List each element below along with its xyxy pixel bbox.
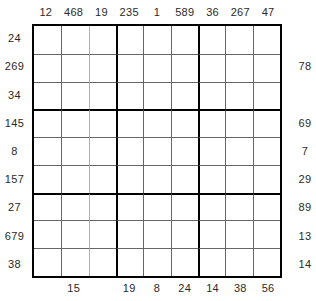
clue-bottom-c6: 24 — [171, 278, 199, 297]
cell-r9c5[interactable] — [143, 248, 170, 276]
cell-r2c2[interactable] — [61, 54, 88, 82]
clue-right-r6: 29 — [294, 165, 316, 193]
cell-r9c3[interactable] — [89, 248, 116, 276]
clue-top-c7: 36 — [199, 0, 227, 24]
cell-r8c3[interactable] — [89, 220, 116, 248]
clue-top-c2: 468 — [60, 0, 88, 24]
cell-r7c7[interactable] — [198, 193, 225, 221]
clue-top-c1: 12 — [32, 0, 60, 24]
cell-r6c7[interactable] — [198, 165, 225, 193]
cell-r5c6[interactable] — [171, 137, 198, 165]
cell-r4c5[interactable] — [143, 109, 170, 137]
clue-right-r7: 89 — [294, 193, 316, 221]
clue-bottom-c7: 14 — [199, 278, 227, 297]
cell-r2c5[interactable] — [143, 54, 170, 82]
cell-r3c6[interactable] — [171, 82, 198, 110]
cell-r6c9[interactable] — [253, 165, 280, 193]
cell-r5c2[interactable] — [61, 137, 88, 165]
cell-r9c6[interactable] — [171, 248, 198, 276]
cell-r7c6[interactable] — [171, 193, 198, 221]
cell-r2c7[interactable] — [198, 54, 225, 82]
cell-r5c1[interactable] — [34, 137, 61, 165]
cell-r4c3[interactable] — [89, 109, 116, 137]
clue-bottom-c9: 56 — [254, 278, 282, 297]
cell-r5c4[interactable] — [116, 137, 143, 165]
cell-r8c4[interactable] — [116, 220, 143, 248]
cell-r3c8[interactable] — [225, 82, 252, 110]
clue-left-r6: 157 — [0, 165, 29, 193]
cell-r1c3[interactable] — [89, 26, 116, 54]
cell-r5c3[interactable] — [89, 137, 116, 165]
cell-r5c7[interactable] — [198, 137, 225, 165]
cell-r5c5[interactable] — [143, 137, 170, 165]
clue-right-r8: 13 — [294, 222, 316, 250]
cell-r1c9[interactable] — [253, 26, 280, 54]
puzzle-screen: 12 468 19 235 1 589 36 267 47 24 269 34 … — [0, 0, 316, 301]
cell-r9c4[interactable] — [116, 248, 143, 276]
clue-right-r3 — [294, 80, 316, 108]
cell-r4c1[interactable] — [34, 109, 61, 137]
cell-r7c4[interactable] — [116, 193, 143, 221]
clue-top-c6: 589 — [171, 0, 199, 24]
clue-bottom-c4: 19 — [115, 278, 143, 297]
cell-r7c8[interactable] — [225, 193, 252, 221]
cell-r1c7[interactable] — [198, 26, 225, 54]
cell-r2c8[interactable] — [225, 54, 252, 82]
board — [32, 24, 282, 278]
right-clues: 78 69 7 29 89 13 14 — [282, 24, 316, 278]
cell-r1c8[interactable] — [225, 26, 252, 54]
cell-r8c6[interactable] — [171, 220, 198, 248]
cell-r7c5[interactable] — [143, 193, 170, 221]
cell-r4c8[interactable] — [225, 109, 252, 137]
clue-left-r3: 34 — [0, 80, 29, 108]
cell-r6c6[interactable] — [171, 165, 198, 193]
clue-bottom-c5: 8 — [143, 278, 171, 297]
clue-left-r7: 27 — [0, 193, 29, 221]
clue-right-r5: 7 — [294, 137, 316, 165]
cell-r7c1[interactable] — [34, 193, 61, 221]
cell-r4c9[interactable] — [253, 109, 280, 137]
cell-r7c2[interactable] — [61, 193, 88, 221]
clue-right-r4: 69 — [294, 109, 316, 137]
cell-r8c9[interactable] — [253, 220, 280, 248]
clue-bottom-c2: 15 — [60, 278, 88, 297]
cell-r3c2[interactable] — [61, 82, 88, 110]
clue-left-r4: 145 — [0, 109, 29, 137]
cell-r4c6[interactable] — [171, 109, 198, 137]
cell-r4c7[interactable] — [198, 109, 225, 137]
cell-r8c8[interactable] — [225, 220, 252, 248]
clue-left-r8: 679 — [0, 222, 29, 250]
cell-r2c4[interactable] — [116, 54, 143, 82]
clue-right-r1 — [294, 24, 316, 52]
clue-left-r2: 269 — [0, 52, 29, 80]
cell-r5c8[interactable] — [225, 137, 252, 165]
cell-r9c8[interactable] — [225, 248, 252, 276]
cell-r6c1[interactable] — [34, 165, 61, 193]
clue-right-r9: 14 — [294, 250, 316, 278]
cell-r3c3[interactable] — [89, 82, 116, 110]
cell-r8c1[interactable] — [34, 220, 61, 248]
bottom-clues: 15 19 8 24 14 38 56 — [32, 278, 282, 301]
cell-r3c9[interactable] — [253, 82, 280, 110]
cell-r6c8[interactable] — [225, 165, 252, 193]
cell-r6c5[interactable] — [143, 165, 170, 193]
clue-left-r9: 38 — [0, 250, 29, 278]
clue-top-c5: 1 — [143, 0, 171, 24]
clue-top-c8: 267 — [226, 0, 254, 24]
cell-r6c4[interactable] — [116, 165, 143, 193]
clue-top-c4: 235 — [115, 0, 143, 24]
cell-r9c2[interactable] — [61, 248, 88, 276]
cell-r1c2[interactable] — [61, 26, 88, 54]
cell-r8c5[interactable] — [143, 220, 170, 248]
cell-r1c5[interactable] — [143, 26, 170, 54]
cell-r9c1[interactable] — [34, 248, 61, 276]
cell-r3c5[interactable] — [143, 82, 170, 110]
clue-top-c9: 47 — [254, 0, 282, 24]
cell-r1c1[interactable] — [34, 26, 61, 54]
clue-left-r1: 24 — [0, 24, 29, 52]
clue-right-r2: 78 — [294, 52, 316, 80]
clue-bottom-c8: 38 — [226, 278, 254, 297]
cell-r3c4[interactable] — [116, 82, 143, 110]
cell-r1c4[interactable] — [116, 26, 143, 54]
clue-left-r5: 8 — [0, 137, 29, 165]
cell-r4c2[interactable] — [61, 109, 88, 137]
cell-r6c3[interactable] — [89, 165, 116, 193]
top-clues: 12 468 19 235 1 589 36 267 47 — [32, 0, 282, 24]
cell-r7c9[interactable] — [253, 193, 280, 221]
cell-r3c1[interactable] — [34, 82, 61, 110]
clue-top-c3: 19 — [88, 0, 116, 24]
left-clues: 24 269 34 145 8 157 27 679 38 — [0, 24, 29, 278]
cell-r7c3[interactable] — [89, 193, 116, 221]
cell-r2c3[interactable] — [89, 54, 116, 82]
clue-bottom-c3 — [88, 278, 116, 297]
cell-r2c6[interactable] — [171, 54, 198, 82]
cell-r8c2[interactable] — [61, 220, 88, 248]
cell-r6c2[interactable] — [61, 165, 88, 193]
cell-r2c9[interactable] — [253, 54, 280, 82]
clue-bottom-c1 — [32, 278, 60, 297]
cell-r9c9[interactable] — [253, 248, 280, 276]
cell-r5c9[interactable] — [253, 137, 280, 165]
cell-r8c7[interactable] — [198, 220, 225, 248]
cell-r2c1[interactable] — [34, 54, 61, 82]
cell-r1c6[interactable] — [171, 26, 198, 54]
cell-r3c7[interactable] — [198, 82, 225, 110]
cell-r9c7[interactable] — [198, 248, 225, 276]
cell-r4c4[interactable] — [116, 109, 143, 137]
